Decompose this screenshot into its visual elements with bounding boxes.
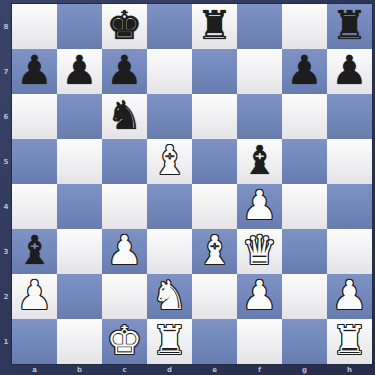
- piece-white-knight[interactable]: ♞: [152, 274, 188, 318]
- square-a8[interactable]: [12, 4, 57, 49]
- file-label-b: b: [57, 364, 102, 375]
- square-a1[interactable]: [12, 319, 57, 364]
- square-b1[interactable]: [57, 319, 102, 364]
- piece-white-bishop[interactable]: ♝: [152, 139, 188, 183]
- piece-white-pawn[interactable]: ♟: [107, 229, 143, 273]
- piece-white-pawn[interactable]: ♟: [332, 274, 368, 318]
- file-label-f: f: [237, 364, 282, 375]
- square-d8[interactable]: [147, 4, 192, 49]
- square-a6[interactable]: [12, 94, 57, 139]
- square-g3[interactable]: [282, 229, 327, 274]
- piece-black-king[interactable]: ♚: [107, 4, 143, 48]
- square-f1[interactable]: [237, 319, 282, 364]
- square-c3[interactable]: ♟: [102, 229, 147, 274]
- piece-white-pawn[interactable]: ♟: [242, 184, 278, 228]
- piece-white-pawn[interactable]: ♟: [242, 274, 278, 318]
- square-e4[interactable]: [192, 184, 237, 229]
- square-a4[interactable]: [12, 184, 57, 229]
- rank-label-6: 6: [0, 94, 12, 139]
- square-d1[interactable]: ♜: [147, 319, 192, 364]
- file-label-h: h: [327, 364, 372, 375]
- square-b7[interactable]: ♟: [57, 49, 102, 94]
- rank-label-8: 8: [0, 4, 12, 49]
- square-d3[interactable]: [147, 229, 192, 274]
- square-h4[interactable]: [327, 184, 372, 229]
- file-label-g: g: [282, 364, 327, 375]
- piece-white-rook[interactable]: ♜: [332, 319, 368, 363]
- square-c2[interactable]: [102, 274, 147, 319]
- square-e1[interactable]: [192, 319, 237, 364]
- square-h6[interactable]: [327, 94, 372, 139]
- square-c5[interactable]: [102, 139, 147, 184]
- square-g4[interactable]: [282, 184, 327, 229]
- square-a2[interactable]: ♟: [12, 274, 57, 319]
- piece-black-pawn[interactable]: ♟: [332, 49, 368, 93]
- square-h2[interactable]: ♟: [327, 274, 372, 319]
- square-e2[interactable]: [192, 274, 237, 319]
- square-g8[interactable]: [282, 4, 327, 49]
- piece-white-queen[interactable]: ♛: [242, 229, 278, 273]
- square-a5[interactable]: [12, 139, 57, 184]
- square-f3[interactable]: ♛: [237, 229, 282, 274]
- square-g6[interactable]: [282, 94, 327, 139]
- chessboard: ♚♜♜♟♟♟♟♟♞♝♝♟♝♟♝♛♟♞♟♟♚♜♜: [12, 4, 372, 364]
- file-label-a: a: [12, 364, 57, 375]
- square-h1[interactable]: ♜: [327, 319, 372, 364]
- piece-black-bishop[interactable]: ♝: [242, 139, 278, 183]
- square-d5[interactable]: ♝: [147, 139, 192, 184]
- piece-black-knight[interactable]: ♞: [107, 94, 143, 138]
- piece-black-pawn[interactable]: ♟: [62, 49, 98, 93]
- square-d2[interactable]: ♞: [147, 274, 192, 319]
- file-label-e: e: [192, 364, 237, 375]
- square-d7[interactable]: [147, 49, 192, 94]
- square-c4[interactable]: [102, 184, 147, 229]
- square-h5[interactable]: [327, 139, 372, 184]
- square-f2[interactable]: ♟: [237, 274, 282, 319]
- square-g1[interactable]: [282, 319, 327, 364]
- square-f4[interactable]: ♟: [237, 184, 282, 229]
- piece-black-pawn[interactable]: ♟: [107, 49, 143, 93]
- piece-black-rook[interactable]: ♜: [332, 4, 368, 48]
- square-d6[interactable]: [147, 94, 192, 139]
- piece-black-rook[interactable]: ♜: [197, 4, 233, 48]
- piece-black-pawn[interactable]: ♟: [17, 49, 53, 93]
- chessboard-frame: ♚♜♜♟♟♟♟♟♞♝♝♟♝♟♝♛♟♞♟♟♚♜♜ 87654321 abcdefg…: [0, 0, 375, 375]
- square-e7[interactable]: [192, 49, 237, 94]
- square-f7[interactable]: [237, 49, 282, 94]
- file-label-d: d: [147, 364, 192, 375]
- piece-black-bishop[interactable]: ♝: [17, 229, 53, 273]
- square-h8[interactable]: ♜: [327, 4, 372, 49]
- rank-label-3: 3: [0, 229, 12, 274]
- rank-label-5: 5: [0, 139, 12, 184]
- square-f6[interactable]: [237, 94, 282, 139]
- square-b6[interactable]: [57, 94, 102, 139]
- piece-white-pawn[interactable]: ♟: [17, 274, 53, 318]
- square-f8[interactable]: [237, 4, 282, 49]
- square-h7[interactable]: ♟: [327, 49, 372, 94]
- piece-white-rook[interactable]: ♜: [152, 319, 188, 363]
- square-c7[interactable]: ♟: [102, 49, 147, 94]
- square-b3[interactable]: [57, 229, 102, 274]
- square-b4[interactable]: [57, 184, 102, 229]
- square-b8[interactable]: [57, 4, 102, 49]
- square-g5[interactable]: [282, 139, 327, 184]
- square-g2[interactable]: [282, 274, 327, 319]
- square-e3[interactable]: ♝: [192, 229, 237, 274]
- square-a3[interactable]: ♝: [12, 229, 57, 274]
- square-e5[interactable]: [192, 139, 237, 184]
- rank-label-1: 1: [0, 319, 12, 364]
- square-h3[interactable]: [327, 229, 372, 274]
- square-a7[interactable]: ♟: [12, 49, 57, 94]
- square-e6[interactable]: [192, 94, 237, 139]
- square-c8[interactable]: ♚: [102, 4, 147, 49]
- rank-label-4: 4: [0, 184, 12, 229]
- square-f5[interactable]: ♝: [237, 139, 282, 184]
- square-g7[interactable]: ♟: [282, 49, 327, 94]
- square-c1[interactable]: ♚: [102, 319, 147, 364]
- rank-label-2: 2: [0, 274, 12, 319]
- file-label-c: c: [102, 364, 147, 375]
- rank-label-7: 7: [0, 49, 12, 94]
- square-e8[interactable]: ♜: [192, 4, 237, 49]
- square-d4[interactable]: [147, 184, 192, 229]
- square-c6[interactable]: ♞: [102, 94, 147, 139]
- piece-black-pawn[interactable]: ♟: [287, 49, 323, 93]
- piece-white-king[interactable]: ♚: [107, 319, 143, 363]
- square-b2[interactable]: [57, 274, 102, 319]
- square-b5[interactable]: [57, 139, 102, 184]
- piece-white-bishop[interactable]: ♝: [197, 229, 233, 273]
